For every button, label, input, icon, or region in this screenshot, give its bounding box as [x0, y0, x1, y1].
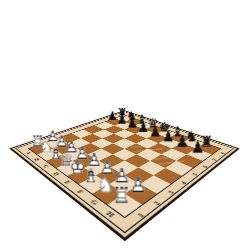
piece-glyph-outline: ♖ — [100, 183, 141, 206]
page: ABCDEFGH12345678♜♞♝♛♚♝♞♜♟♟♟♟♟♟♟♟♟♙♟♙♟♙♟♙… — [0, 0, 250, 250]
chessboard: ABCDEFGH12345678♜♞♝♛♚♝♞♜♟♟♟♟♟♟♟♟♟♙♟♙♟♙♟♙… — [9, 110, 240, 240]
piece-glyph: ♟ — [182, 138, 212, 155]
black-pawn-h7: ♟ — [182, 138, 212, 155]
rank-label-1: 1 — [130, 207, 148, 220]
chessboard-scene: ABCDEFGH12345678♜♞♝♛♚♝♞♜♟♟♟♟♟♟♟♟♟♙♟♙♟♙♟♙… — [0, 0, 250, 250]
white-rook-h1: ♜♖ — [100, 183, 141, 206]
